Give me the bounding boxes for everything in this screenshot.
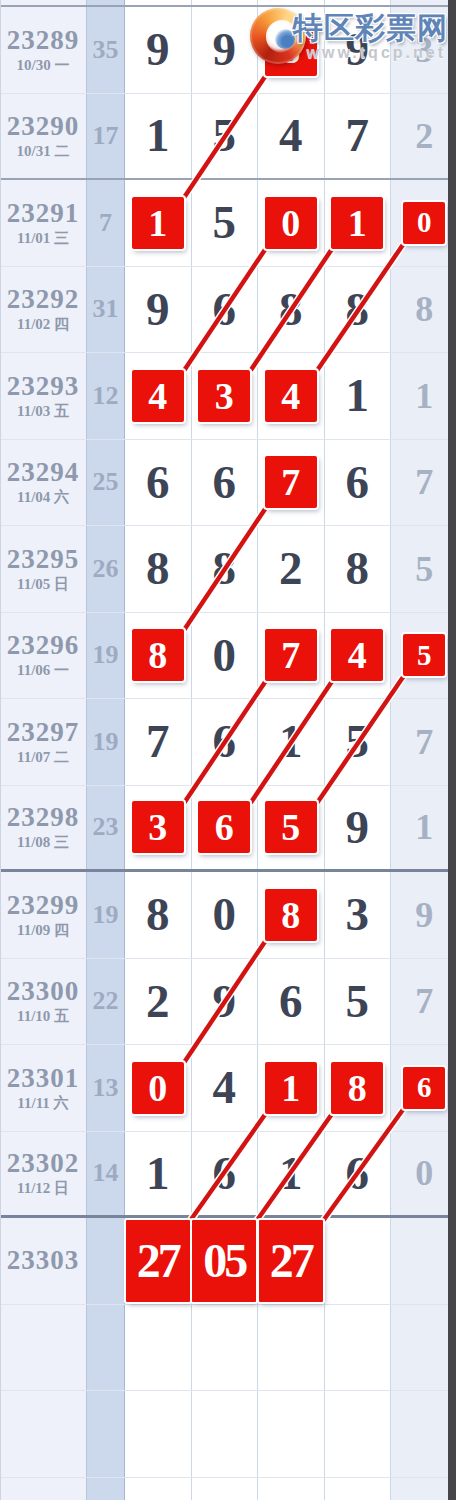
right-edge-strip (448, 0, 456, 1500)
pick-number-box: 05 (192, 1220, 256, 1302)
digit: 6 (213, 718, 237, 765)
highlighted-digit-box: 8 (331, 1062, 383, 1114)
highlighted-digit: 1 (281, 1069, 300, 1107)
digit-cell: 7 (325, 94, 392, 179)
period-cell: 2328910/30 一 (0, 7, 87, 93)
digit: 6 (346, 459, 370, 506)
digit-cell (125, 0, 192, 5)
digit-cell: 4 (258, 353, 325, 439)
digit: 1 (415, 378, 433, 414)
date-label: 11/09 四 (17, 923, 69, 938)
highlighted-digit-box: 4 (265, 370, 317, 422)
period-label: 23294 (7, 459, 80, 486)
period-label: 23297 (7, 719, 80, 746)
highlighted-digit: 4 (348, 636, 367, 674)
highlighted-digit: 1 (348, 204, 367, 242)
digit-cell: 5 (391, 613, 456, 699)
highlighted-digit-box: 5 (265, 801, 317, 853)
digit-cell: 7 (258, 613, 325, 699)
site-logo[interactable]: 特区彩票网 www.tqcp.net (248, 0, 448, 66)
digit-cell: 4 (125, 353, 192, 439)
site-watermark-url: www.tqcp.net (307, 44, 446, 62)
digit-cell: 0 (391, 180, 456, 266)
digit-cell: 6 (192, 786, 259, 870)
digit-cell: 7 (391, 959, 456, 1045)
period-cell (0, 1391, 87, 1477)
period-cell: 23303 (0, 1218, 87, 1304)
digit: 2 (146, 978, 170, 1025)
highlighted-digit-box: 1 (331, 197, 383, 249)
date-label: 11/05 日 (17, 577, 69, 592)
digit-cell: 8 (125, 526, 192, 612)
digit-cell: 4 (192, 1045, 259, 1131)
period-cell: 2329211/02 四 (0, 267, 87, 353)
sum-cell: 35 (87, 7, 125, 93)
digit-cell: 1 (391, 353, 456, 439)
digit: 7 (415, 464, 433, 500)
digit: 6 (213, 1150, 237, 1197)
highlighted-digit-box: 7 (265, 456, 317, 508)
digit-cell: 1 (125, 94, 192, 179)
digit-cell: 1 (258, 699, 325, 785)
period-cell (0, 0, 87, 5)
highlighted-digit-box: 0 (265, 197, 317, 249)
digit: 1 (415, 809, 433, 845)
digit-cell: 8 (125, 613, 192, 699)
period-label: 23301 (7, 1065, 80, 1092)
digit: 9 (146, 286, 170, 333)
sum-cell: 19 (87, 872, 125, 958)
highlighted-digit-box: 4 (331, 629, 383, 681)
digit-cell: 5 (325, 959, 392, 1045)
highlighted-digit-box: 6 (198, 801, 250, 853)
digit-cell: 5 (258, 786, 325, 870)
sum-cell (87, 1478, 125, 1500)
digit-cell (325, 1305, 392, 1391)
highlighted-digit: 8 (348, 1069, 367, 1107)
highlighted-digit: 0 (281, 204, 300, 242)
digit-cell (258, 1478, 325, 1500)
chart-row-23295: 2329511/05 日2688285 (0, 526, 448, 613)
highlighted-digit: 0 (417, 208, 432, 237)
digit: 7 (415, 983, 433, 1019)
period-label: 23295 (7, 546, 80, 573)
digit-cell (325, 1478, 392, 1500)
digit-cell: 6 (125, 440, 192, 526)
digit: 8 (213, 545, 237, 592)
chart-row-empty (0, 1478, 448, 1500)
period-cell: 2329911/09 四 (0, 872, 87, 958)
digit-cell: 3 (125, 786, 192, 870)
digit: 7 (415, 724, 433, 760)
period-cell: 2329111/01 三 (0, 180, 87, 266)
digit: 6 (146, 459, 170, 506)
highlighted-digit: 5 (417, 641, 432, 670)
date-label: 10/30 一 (17, 58, 70, 73)
period-cell: 2329511/05 日 (0, 526, 87, 612)
digit: 0 (415, 1155, 433, 1191)
digit-cell: 7 (391, 699, 456, 785)
digit-cell: 0 (258, 180, 325, 266)
highlighted-digit: 6 (215, 808, 234, 846)
digit-cell: 0 (192, 613, 259, 699)
pick-value: 05 (203, 1237, 245, 1285)
date-label: 10/31 二 (17, 144, 70, 159)
date-label: 11/11 六 (17, 1096, 68, 1111)
date-label: 11/06 一 (17, 663, 69, 678)
chart-row-empty (0, 1305, 448, 1392)
digit-cell: 8 (258, 872, 325, 958)
date-label: 11/04 六 (17, 490, 69, 505)
digit-cell: 6 (192, 699, 259, 785)
digit-cell (391, 1391, 456, 1477)
digit: 0 (213, 891, 237, 938)
digit-cell: 0 (125, 1045, 192, 1131)
digit: 1 (279, 1150, 303, 1197)
sum-cell: 19 (87, 699, 125, 785)
highlighted-digit: 4 (281, 377, 300, 415)
pick-value: 27 (270, 1237, 312, 1285)
digit-cell: 7 (125, 699, 192, 785)
highlighted-digit-box: 0 (132, 1062, 184, 1114)
highlighted-digit: 8 (281, 896, 300, 934)
sum-cell (87, 1218, 125, 1304)
digit-cell: 1 (325, 180, 392, 266)
chart-row-23296: 2329611/06 一1980745 (0, 613, 448, 700)
digit-cell (258, 1305, 325, 1391)
sum-cell: 14 (87, 1132, 125, 1216)
digit-cell (125, 1478, 192, 1500)
period-label: 23298 (7, 804, 80, 831)
period-label: 23292 (7, 286, 80, 313)
digit-cell: 9 (125, 7, 192, 93)
chart-row-23294: 2329411/04 六2566767 (0, 440, 448, 527)
digit-cell: 27 (258, 1218, 325, 1304)
digit: 6 (346, 1150, 370, 1197)
digit-cell: 2 (125, 959, 192, 1045)
digit-cell: 6 (192, 1132, 259, 1216)
digit: 8 (146, 545, 170, 592)
period-label: 23291 (7, 200, 80, 227)
chart-row-empty (0, 1391, 448, 1478)
period-label: 23290 (7, 113, 80, 140)
period-label: 23289 (7, 27, 80, 54)
digit-cell: 9 (325, 786, 392, 870)
digit: 9 (213, 978, 237, 1025)
digit: 5 (346, 718, 370, 765)
period-cell (0, 1478, 87, 1500)
digit: 1 (346, 372, 370, 419)
sum-cell: 31 (87, 267, 125, 353)
digit-cell: 05 (192, 1218, 259, 1304)
period-cell: 2329711/07 二 (0, 699, 87, 785)
chart-row-23298: 2329811/08 三2336591 (0, 786, 448, 873)
digit-cell: 0 (192, 872, 259, 958)
digit-cell: 5 (192, 94, 259, 179)
highlighted-digit-box: 0 (403, 202, 445, 244)
digit-cell: 6 (258, 959, 325, 1045)
digit: 5 (415, 551, 433, 587)
chart-row-23299: 2329911/09 四1980839 (0, 872, 448, 959)
digit-cell: 8 (325, 526, 392, 612)
digit-cell (125, 1305, 192, 1391)
sum-cell: 7 (87, 180, 125, 266)
digit: 7 (346, 112, 370, 159)
sum-cell: 23 (87, 786, 125, 870)
digit: 6 (279, 978, 303, 1025)
period-label: 23300 (7, 978, 80, 1005)
lottery-trend-chart: 特区彩票网 www.tqcp.net 2328910/30 一359989323… (0, 0, 456, 1500)
digit: 3 (346, 891, 370, 938)
highlighted-digit: 4 (148, 377, 167, 415)
digit-cell: 2 (391, 94, 456, 179)
highlighted-digit-box: 8 (265, 889, 317, 941)
period-cell: 2329311/03 五 (0, 353, 87, 439)
digit-cell: 1 (391, 786, 456, 870)
highlighted-digit: 3 (215, 377, 234, 415)
highlighted-digit-box: 6 (403, 1067, 445, 1109)
digit: 4 (213, 1064, 237, 1111)
pick-number-box: 27 (259, 1220, 323, 1302)
digit: 4 (279, 112, 303, 159)
digit: 8 (279, 286, 303, 333)
period-cell (0, 1305, 87, 1391)
period-label: 23299 (7, 892, 80, 919)
digit: 9 (415, 897, 433, 933)
period-cell: 2330111/11 六 (0, 1045, 87, 1131)
date-label: 11/03 五 (17, 404, 69, 419)
digit: 5 (213, 199, 237, 246)
date-label: 11/07 二 (17, 750, 69, 765)
digit-cell: 0 (391, 1132, 456, 1216)
digit-cell: 4 (258, 94, 325, 179)
sum-cell (87, 0, 125, 5)
digit-cell: 9 (125, 267, 192, 353)
digit: 9 (146, 26, 170, 73)
digit: 0 (213, 632, 237, 679)
digit-cell: 6 (325, 1132, 392, 1216)
sum-cell (87, 1305, 125, 1391)
highlighted-digit: 8 (148, 636, 167, 674)
chart-row-23292: 2329211/02 四3196888 (0, 267, 448, 354)
highlighted-digit-box: 7 (265, 629, 317, 681)
chart-row-23303: 23303270527 (0, 1218, 448, 1305)
sum-cell: 26 (87, 526, 125, 612)
digit-cell (125, 1391, 192, 1477)
digit-cell (325, 1391, 392, 1477)
sum-cell: 22 (87, 959, 125, 1045)
digit-cell: 5 (391, 526, 456, 612)
highlighted-digit: 7 (281, 463, 300, 501)
pick-number-box: 27 (126, 1220, 190, 1302)
date-label: 11/12 日 (17, 1181, 69, 1196)
highlighted-digit: 5 (281, 808, 300, 846)
chart-row-23302: 2330211/12 日1416160 (0, 1132, 448, 1219)
period-label: 23302 (7, 1150, 80, 1177)
sum-cell: 25 (87, 440, 125, 526)
digit-cell (391, 1218, 456, 1304)
digit: 9 (213, 26, 237, 73)
digit: 8 (415, 291, 433, 327)
digit-cell: 8 (192, 526, 259, 612)
digit-cell: 6 (325, 440, 392, 526)
highlighted-digit-box: 1 (265, 1062, 317, 1114)
digit-cell: 9 (192, 959, 259, 1045)
digit-cell: 2 (258, 526, 325, 612)
chart-row-23300: 2330011/10 五2229657 (0, 959, 448, 1046)
digit-cell (391, 1305, 456, 1391)
digit-cell: 8 (325, 1045, 392, 1131)
highlighted-digit: 1 (148, 204, 167, 242)
digit: 8 (146, 891, 170, 938)
period-cell: 2330011/10 五 (0, 959, 87, 1045)
date-label: 11/01 三 (17, 231, 69, 246)
period-cell: 2329411/04 六 (0, 440, 87, 526)
digit: 1 (146, 112, 170, 159)
digit: 8 (346, 545, 370, 592)
digit-cell: 27 (125, 1218, 192, 1304)
digit: 6 (213, 459, 237, 506)
digit-cell: 6 (192, 267, 259, 353)
digit-cell (192, 1305, 259, 1391)
highlighted-digit-box: 4 (132, 370, 184, 422)
chart-row-23290: 2329010/31 二1715472 (0, 94, 448, 181)
period-label: 23293 (7, 373, 80, 400)
highlighted-digit: 6 (417, 1073, 432, 1102)
digit-cell (325, 1218, 392, 1304)
highlighted-digit-box: 3 (132, 801, 184, 853)
digit-cell (192, 1478, 259, 1500)
digit-cell: 1 (258, 1045, 325, 1131)
digit: 8 (346, 286, 370, 333)
digit-cell: 1 (258, 1132, 325, 1216)
chart-row-23301: 2330111/11 六1304186 (0, 1045, 448, 1132)
digit: 7 (146, 718, 170, 765)
digit-cell: 9 (391, 872, 456, 958)
digit-cell: 5 (325, 699, 392, 785)
digit-cell: 3 (192, 353, 259, 439)
site-brand-text: 特区彩票网 (293, 8, 448, 49)
digit: 5 (346, 978, 370, 1025)
period-cell: 2330211/12 日 (0, 1132, 87, 1216)
table-left-border (0, 0, 1, 1500)
pick-value: 27 (137, 1237, 179, 1285)
highlighted-digit-box: 5 (403, 634, 445, 676)
chart-row-23297: 2329711/07 二1976157 (0, 699, 448, 786)
highlighted-digit-box: 8 (132, 629, 184, 681)
digit: 5 (213, 112, 237, 159)
digit: 9 (346, 804, 370, 851)
period-cell: 2329611/06 一 (0, 613, 87, 699)
chart-row-23293: 2329311/03 五1243411 (0, 353, 448, 440)
digit-cell (258, 1391, 325, 1477)
sum-cell: 12 (87, 353, 125, 439)
highlighted-digit: 7 (281, 636, 300, 674)
digit-cell: 8 (325, 267, 392, 353)
highlighted-digit-box: 1 (132, 197, 184, 249)
digit-cell: 8 (391, 267, 456, 353)
period-label: 23296 (7, 632, 80, 659)
sum-cell (87, 1391, 125, 1477)
period-label: 23303 (7, 1247, 80, 1274)
sum-cell: 19 (87, 613, 125, 699)
digit-cell (391, 1478, 456, 1500)
digit-cell: 8 (258, 267, 325, 353)
digit: 1 (279, 718, 303, 765)
highlighted-digit: 3 (148, 808, 167, 846)
digit-cell: 1 (125, 1132, 192, 1216)
date-label: 11/02 四 (17, 317, 69, 332)
digit-cell: 7 (258, 440, 325, 526)
digit-cell: 1 (325, 353, 392, 439)
digit-cell: 8 (125, 872, 192, 958)
digit-cell: 3 (325, 872, 392, 958)
sum-cell: 13 (87, 1045, 125, 1131)
digit: 6 (213, 286, 237, 333)
date-label: 11/10 五 (17, 1009, 69, 1024)
digit-cell: 6 (391, 1045, 456, 1131)
highlighted-digit-box: 3 (198, 370, 250, 422)
digit-cell: 1 (125, 180, 192, 266)
digit: 1 (146, 1150, 170, 1197)
highlighted-digit: 0 (148, 1069, 167, 1107)
period-cell: 2329010/31 二 (0, 94, 87, 179)
chart-row-23291: 2329111/01 三715010 (0, 180, 448, 267)
period-cell: 2329811/08 三 (0, 786, 87, 870)
digit-cell (192, 1391, 259, 1477)
digit-cell: 7 (391, 440, 456, 526)
digit-cell: 4 (325, 613, 392, 699)
digit-cell: 6 (192, 440, 259, 526)
date-label: 11/08 三 (17, 835, 69, 850)
digit: 2 (415, 118, 433, 154)
digit: 2 (279, 545, 303, 592)
sum-cell: 17 (87, 94, 125, 179)
digit-cell: 5 (192, 180, 259, 266)
